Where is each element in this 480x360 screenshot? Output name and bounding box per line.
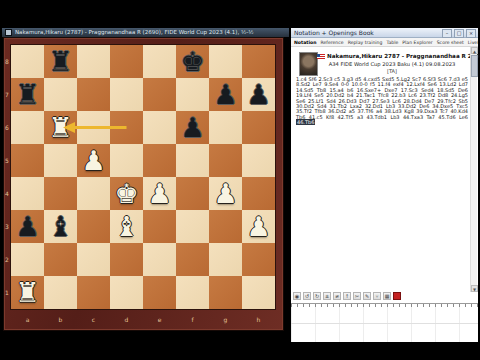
square-b7[interactable] <box>44 78 77 111</box>
square-b8[interactable]: ♜ <box>44 45 77 78</box>
tab-score-sheet[interactable]: Score sheet <box>437 40 464 45</box>
square-g3[interactable] <box>209 210 242 243</box>
file-label-g: g <box>209 311 242 329</box>
maximize-button[interactable]: □ <box>454 29 464 38</box>
square-a1[interactable]: ♜ <box>11 276 44 309</box>
us-flag-icon <box>317 54 325 59</box>
eval-icon[interactable]: ± <box>323 292 331 300</box>
scroll-down-icon[interactable]: ▼ <box>471 285 478 292</box>
square-f1[interactable] <box>176 276 209 309</box>
square-f5[interactable] <box>176 144 209 177</box>
white-pawn: ♟ <box>147 177 171 210</box>
black-pawn: ♟ <box>15 210 39 243</box>
record-icon[interactable]: ◉ <box>293 292 301 300</box>
file-label-a: a <box>11 311 44 329</box>
square-h6[interactable] <box>242 111 275 144</box>
rank-label-4: 4 <box>3 177 11 210</box>
square-d7[interactable] <box>110 78 143 111</box>
file-labels: abcdefgh <box>11 311 275 329</box>
square-g2[interactable] <box>209 243 242 276</box>
square-c1[interactable] <box>77 276 110 309</box>
square-g8[interactable] <box>209 45 242 78</box>
current-move[interactable]: 46.Tb6 <box>296 119 315 125</box>
square-c2[interactable] <box>77 243 110 276</box>
eval-midline <box>291 323 478 324</box>
variation-icon[interactable]: ⑂ <box>373 292 381 300</box>
moves-text[interactable]: 1.c4 Sf6 2.Sc3 c5 3.g3 d5 4.cxd5 Sxd5 5.… <box>296 76 468 120</box>
tab-livebook[interactable]: LiveBook <box>468 40 478 45</box>
square-g7[interactable]: ♟ <box>209 78 242 111</box>
scroll-up-icon[interactable]: ▲ <box>471 47 478 54</box>
square-e5[interactable] <box>143 144 176 177</box>
tab-notation[interactable]: Notation <box>294 40 317 45</box>
square-a6[interactable] <box>11 111 44 144</box>
file-label-b: b <box>44 311 77 329</box>
square-h5[interactable] <box>242 144 275 177</box>
rank-label-5: 5 <box>3 144 11 177</box>
video-frame: Nakamura,Hikaru (2787) - Praggnanandhaa … <box>0 0 480 360</box>
square-b2[interactable] <box>44 243 77 276</box>
letterbox-bottom <box>0 342 480 360</box>
square-e1[interactable] <box>143 276 176 309</box>
letterbox-top <box>0 0 480 20</box>
white-king: ♚ <box>114 177 138 210</box>
square-a3[interactable]: ♟ <box>11 210 44 243</box>
rank-label-3: 3 <box>3 210 11 243</box>
promote-line-icon[interactable]: ↑ <box>343 292 351 300</box>
square-g6[interactable] <box>209 111 242 144</box>
white-rook: ♜ <box>15 276 39 309</box>
tab-reference[interactable]: Reference <box>321 40 344 45</box>
rank-labels: 87654321 <box>3 45 11 309</box>
white-bishop: ♝ <box>114 210 138 243</box>
square-e6[interactable] <box>143 111 176 144</box>
square-c4[interactable] <box>77 177 110 210</box>
notation-scrollbar[interactable]: ▲ ▼ <box>470 47 477 292</box>
square-b1[interactable] <box>44 276 77 309</box>
square-h8[interactable] <box>242 45 275 78</box>
square-f2[interactable] <box>176 243 209 276</box>
square-f7[interactable] <box>176 78 209 111</box>
minimize-button[interactable]: – <box>442 29 452 38</box>
square-h4[interactable] <box>242 177 275 210</box>
black-rook: ♜ <box>48 45 72 78</box>
square-d2[interactable] <box>110 243 143 276</box>
alt-line-icon[interactable]: ≠ <box>333 292 341 300</box>
square-f3[interactable] <box>176 210 209 243</box>
black-pawn: ♟ <box>213 78 237 111</box>
tab-replay-training[interactable]: Replay training <box>348 40 383 45</box>
takeback-icon[interactable]: ↺ <box>303 292 311 300</box>
file-label-h: h <box>242 311 275 329</box>
square-c8[interactable] <box>77 45 110 78</box>
square-b6[interactable]: ♜ <box>44 111 77 144</box>
rank-label-7: 7 <box>3 78 11 111</box>
annotator-line: [TA] <box>317 68 467 74</box>
square-e4[interactable]: ♟ <box>143 177 176 210</box>
square-b3[interactable]: ♝ <box>44 210 77 243</box>
square-e2[interactable] <box>143 243 176 276</box>
stop-icon[interactable]: ■ <box>393 292 401 300</box>
rank-label-1: 1 <box>3 276 11 309</box>
square-a2[interactable] <box>11 243 44 276</box>
board-window-titlebar[interactable]: Nakamura,Hikaru (2787) - Praggnanandhaa … <box>2 28 289 37</box>
close-button[interactable]: × <box>466 29 476 38</box>
square-a8[interactable] <box>11 45 44 78</box>
square-g5[interactable] <box>209 144 242 177</box>
file-label-c: c <box>77 311 110 329</box>
square-h3[interactable]: ♟ <box>242 210 275 243</box>
square-d8[interactable] <box>110 45 143 78</box>
tab-plan-explorer[interactable]: Plan Explorer <box>402 40 432 45</box>
board-window-icon <box>5 29 12 36</box>
panel-titlebar[interactable]: Notation + Openings Book – □ × <box>291 28 478 38</box>
black-pawn: ♟ <box>180 111 204 144</box>
file-label-e: e <box>143 311 176 329</box>
square-f4[interactable] <box>176 177 209 210</box>
rank-label-2: 2 <box>3 243 11 276</box>
panel-tabs: NotationReferenceReplay trainingTablePla… <box>291 38 478 47</box>
notation-panel: Notation + Openings Book – □ × NotationR… <box>291 28 478 342</box>
square-h7[interactable]: ♟ <box>242 78 275 111</box>
square-e7[interactable] <box>143 78 176 111</box>
square-d5[interactable] <box>110 144 143 177</box>
square-b5[interactable] <box>44 144 77 177</box>
black-pawn: ♟ <box>246 78 270 111</box>
white-pawn: ♟ <box>213 177 237 210</box>
square-a7[interactable]: ♜ <box>11 78 44 111</box>
square-c5[interactable]: ♟ <box>77 144 110 177</box>
square-c3[interactable] <box>77 210 110 243</box>
square-d6[interactable] <box>110 111 143 144</box>
square-e8[interactable] <box>143 45 176 78</box>
square-e3[interactable] <box>143 210 176 243</box>
square-a5[interactable] <box>11 144 44 177</box>
white-pawn: ♟ <box>81 144 105 177</box>
square-a4[interactable] <box>11 177 44 210</box>
square-d3[interactable]: ♝ <box>110 210 143 243</box>
square-d1[interactable] <box>110 276 143 309</box>
square-h2[interactable] <box>242 243 275 276</box>
window-controls: – □ × <box>442 29 476 38</box>
black-king: ♚ <box>180 45 204 78</box>
forward-icon[interactable]: ↻ <box>313 292 321 300</box>
black-rook: ♜ <box>15 78 39 111</box>
scroll-thumb[interactable] <box>471 55 478 77</box>
square-f6[interactable]: ♟ <box>176 111 209 144</box>
white-rook: ♜ <box>48 111 72 144</box>
player-photo <box>299 52 318 76</box>
square-d4[interactable]: ♚ <box>110 177 143 210</box>
square-g1[interactable] <box>209 276 242 309</box>
evaluation-profile[interactable] <box>291 303 478 342</box>
board-window-title: Nakamura,Hikaru (2787) - Praggnanandhaa … <box>15 29 254 35</box>
square-b4[interactable] <box>44 177 77 210</box>
square-c7[interactable] <box>77 78 110 111</box>
cut-line-icon[interactable]: ✂ <box>353 292 361 300</box>
square-h1[interactable] <box>242 276 275 309</box>
rank-label-6: 6 <box>3 111 11 144</box>
chess-board[interactable]: ♜♚♜♟♟♜♟♟♚♟♟♟♝♝♟♜ <box>11 45 275 309</box>
annotation-toolbar: ◉↺↻±≠↑✂✎⑂▦■ <box>293 292 401 300</box>
notation-moves[interactable]: 1.c4 Sf6 2.Sc3 c5 3.g3 d5 4.cxd5 Sxd5 5.… <box>296 77 468 126</box>
eval-ruler <box>291 304 478 307</box>
comment-icon[interactable]: ✎ <box>363 292 371 300</box>
square-g4[interactable]: ♟ <box>209 177 242 210</box>
file-label-d: d <box>110 311 143 329</box>
panel-title: Notation + Openings Book <box>294 29 374 36</box>
square-c6[interactable] <box>77 111 110 144</box>
event-line: A34 FIDE World Cup 2023 Baku (4.1) 09.08… <box>317 61 467 67</box>
square-f8[interactable]: ♚ <box>176 45 209 78</box>
black-bishop: ♝ <box>48 210 72 243</box>
tab-table[interactable]: Table <box>386 40 398 45</box>
white-pawn: ♟ <box>246 210 270 243</box>
players-line: Nakamura,Hikaru 2787 - Praggnanandhaa R … <box>317 53 467 59</box>
diagram-icon[interactable]: ▦ <box>383 292 391 300</box>
file-label-f: f <box>176 311 209 329</box>
rank-label-8: 8 <box>3 45 11 78</box>
